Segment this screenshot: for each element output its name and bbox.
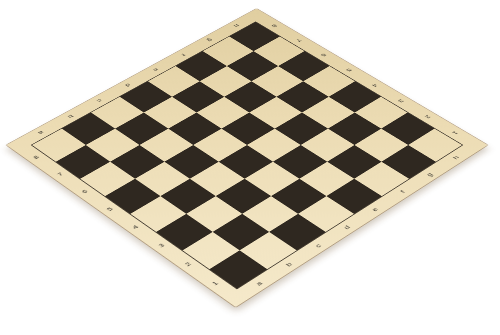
photo-background: abcdefgh abcdefgh 87654321 87654321 [0, 0, 500, 335]
board-grid [31, 21, 464, 289]
chessboard-mat: abcdefgh abcdefgh 87654321 87654321 [7, 9, 488, 307]
